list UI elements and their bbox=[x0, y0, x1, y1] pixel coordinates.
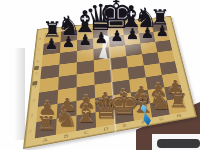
board-edge-shadow bbox=[14, 48, 25, 140]
piece-black-pawn-a7[interactable]: ♟ bbox=[45, 37, 58, 52]
hinge-mark bbox=[34, 66, 39, 70]
piece-black-pawn-b7[interactable]: ♟ bbox=[62, 35, 75, 50]
piece-white-rook-h1[interactable]: ♜ bbox=[168, 91, 188, 110]
piece-black-pawn-g7[interactable]: ♟ bbox=[141, 26, 154, 41]
piece-black-pawn-f7[interactable]: ♟ bbox=[126, 27, 139, 42]
rank-label-5: 5 bbox=[32, 71, 40, 77]
rank-label-1: 1 bbox=[26, 127, 35, 135]
rank-label-4: 4 bbox=[31, 83, 39, 89]
piece-white-rook-a1[interactable]: ♜ bbox=[36, 114, 56, 133]
piece-black-pawn-e7[interactable]: ♟ bbox=[110, 29, 123, 44]
photo-scene: ABCDEFGH12345678 ♜♞♝♛♚♝♞♜♟♟♟♟♟♟♟♟♟♟♟♟♟♟♟… bbox=[0, 0, 200, 150]
piece-black-pawn-h7[interactable]: ♟ bbox=[155, 24, 168, 39]
rank-label-3: 3 bbox=[29, 97, 38, 104]
rank-label-7: 7 bbox=[35, 47, 42, 52]
piece-black-pawn-c7[interactable]: ♟ bbox=[78, 33, 91, 48]
rank-label-6: 6 bbox=[34, 59, 42, 65]
dark-object bbox=[157, 139, 200, 148]
piece-black-pawn-d7[interactable]: ♟ bbox=[95, 31, 108, 46]
